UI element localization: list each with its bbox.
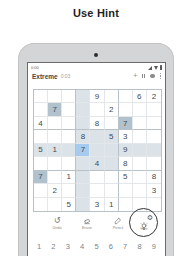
cell-r8c5[interactable] (90, 184, 104, 197)
cell-r5c8[interactable] (133, 144, 147, 157)
cell-r4c8[interactable] (133, 130, 147, 143)
sudoku-board: 96272487853517948715823531 (33, 89, 162, 212)
camera-dot-icon (94, 53, 98, 57)
cell-r9c7[interactable] (119, 198, 133, 211)
app-screen: 0:00 Extreme 0:03 + 96272487853517948715… (27, 62, 166, 256)
undo-icon: ↺ (54, 217, 61, 225)
hint-button[interactable]: 1 Hint (140, 217, 149, 231)
cell-r6c6[interactable] (105, 157, 119, 170)
cell-r3c7[interactable]: 7 (119, 117, 133, 130)
cell-r4c3[interactable] (62, 130, 76, 143)
cell-r5c4[interactable]: 7 (76, 144, 90, 157)
cell-r2c7[interactable] (119, 103, 133, 116)
cell-r3c2[interactable] (48, 117, 62, 130)
numpad-key-7[interactable]: 7 (123, 242, 127, 251)
eraser-icon (83, 217, 91, 225)
cell-r8c2[interactable]: 2 (48, 184, 62, 197)
pause-icon[interactable] (142, 74, 145, 78)
more-vert-icon[interactable] (160, 73, 161, 79)
pencil-icon (114, 217, 122, 225)
cell-r9c5[interactable]: 3 (90, 198, 104, 211)
cell-r1c9[interactable]: 2 (147, 90, 161, 103)
cell-r5c9[interactable] (147, 144, 161, 157)
cell-r3c5[interactable]: 8 (90, 117, 104, 130)
cell-r4c1[interactable] (34, 130, 48, 143)
cell-r2c3[interactable] (62, 103, 76, 116)
cell-r9c4[interactable] (76, 198, 90, 211)
cell-r4c7[interactable]: 3 (119, 130, 133, 143)
cell-r2c5[interactable] (90, 103, 104, 116)
cell-r6c1[interactable] (34, 157, 48, 170)
cell-r5c7[interactable]: 9 (119, 144, 133, 157)
cell-r2c2[interactable]: 7 (48, 103, 62, 116)
cell-r3c3[interactable] (62, 117, 76, 130)
cell-r9c6[interactable]: 1 (105, 198, 119, 211)
cell-r8c4[interactable] (76, 184, 90, 197)
cell-r3c6[interactable] (105, 117, 119, 130)
pencil-label: Pencil (113, 226, 123, 230)
cell-r9c9[interactable] (147, 198, 161, 211)
cell-r8c6[interactable] (105, 184, 119, 197)
cell-r1c2[interactable] (48, 90, 62, 103)
cell-r5c1[interactable]: 5 (34, 144, 48, 157)
tool-bar: ↺ Undo Erase Pencil (28, 214, 165, 240)
cell-r6c5[interactable]: 4 (90, 157, 104, 170)
cell-r5c2[interactable]: 1 (48, 144, 62, 157)
cell-r6c8[interactable] (133, 157, 147, 170)
cell-r4c4[interactable]: 8 (76, 130, 90, 143)
hint-bulb-icon: 1 (140, 217, 149, 226)
cell-r7c8[interactable] (133, 171, 147, 184)
cell-r8c9[interactable]: 3 (147, 184, 161, 197)
cell-r7c1[interactable]: 7 (34, 171, 48, 184)
cell-r5c5[interactable] (90, 144, 104, 157)
difficulty-label: Extreme (32, 73, 58, 80)
cell-r8c3[interactable] (62, 184, 76, 197)
cell-r1c3[interactable] (62, 90, 76, 103)
cell-r8c8[interactable] (133, 184, 147, 197)
cell-r4c9[interactable] (147, 130, 161, 143)
cell-r4c6[interactable]: 5 (105, 130, 119, 143)
numpad-key-4[interactable]: 4 (80, 242, 84, 251)
plus-icon[interactable]: + (133, 73, 137, 79)
undo-button[interactable]: ↺ Undo (52, 217, 61, 230)
cell-r4c5[interactable] (90, 130, 104, 143)
page-title: Use Hint (0, 7, 192, 19)
tablet-frame: 0:00 Extreme 0:03 + 96272487853517948715… (18, 43, 174, 256)
cell-r6c3[interactable] (62, 157, 76, 170)
numpad-key-6[interactable]: 6 (109, 242, 113, 251)
cell-r7c6[interactable] (105, 171, 119, 184)
cell-r8c1[interactable] (34, 184, 48, 197)
game-timer: 0:03 (61, 73, 71, 79)
cell-r8c7[interactable] (119, 184, 133, 197)
cell-r5c6[interactable] (105, 144, 119, 157)
cell-r9c3[interactable]: 5 (62, 198, 76, 211)
number-pad: 123456789 (32, 241, 161, 252)
cell-r1c4[interactable] (76, 90, 90, 103)
cell-r9c1[interactable] (34, 198, 48, 211)
cell-r2c4[interactable] (76, 103, 90, 116)
pencil-button[interactable]: Pencil (113, 217, 123, 230)
app-bar-actions: + (133, 73, 161, 79)
cell-r7c7[interactable]: 5 (119, 171, 133, 184)
cell-r3c4[interactable] (76, 117, 90, 130)
undo-label: Undo (52, 226, 61, 230)
cell-r7c9[interactable]: 8 (147, 171, 161, 184)
cell-r7c5[interactable] (90, 171, 104, 184)
numpad-key-9[interactable]: 9 (152, 242, 156, 251)
cell-r3c1[interactable]: 4 (34, 117, 48, 130)
numpad-key-5[interactable]: 5 (94, 242, 98, 251)
numpad-key-2[interactable]: 2 (51, 242, 55, 251)
cell-r1c8[interactable]: 6 (133, 90, 147, 103)
cell-r2c1[interactable] (34, 103, 48, 116)
cell-r7c4[interactable] (76, 171, 90, 184)
cell-r6c7[interactable]: 8 (119, 157, 133, 170)
numpad-key-3[interactable]: 3 (66, 242, 70, 251)
palette-icon[interactable] (150, 74, 155, 79)
tutorial-page: Use Hint 0:00 Extreme 0:03 + (0, 0, 192, 256)
app-bar: Extreme 0:03 + (28, 70, 165, 82)
cell-r7c2[interactable] (48, 171, 62, 184)
cell-r1c5[interactable]: 9 (90, 90, 104, 103)
erase-button[interactable]: Erase (82, 217, 92, 230)
cell-r2c8[interactable] (133, 103, 147, 116)
numpad-key-1[interactable]: 1 (37, 242, 41, 251)
cell-r1c1[interactable] (34, 90, 48, 103)
hint-count-badge: 1 (148, 215, 153, 220)
cell-r3c9[interactable] (147, 117, 161, 130)
cell-r7c3[interactable]: 1 (62, 171, 76, 184)
cell-r9c2[interactable] (48, 198, 62, 211)
cell-r5c3[interactable] (62, 144, 76, 157)
cell-r1c7[interactable] (119, 90, 133, 103)
cell-r2c6[interactable]: 2 (105, 103, 119, 116)
cell-r2c9[interactable] (147, 103, 161, 116)
cell-r6c2[interactable] (48, 157, 62, 170)
cell-r6c9[interactable] (147, 157, 161, 170)
erase-label: Erase (82, 226, 92, 230)
cell-r1c6[interactable] (105, 90, 119, 103)
cell-r3c8[interactable] (133, 117, 147, 130)
numpad-key-8[interactable]: 8 (137, 242, 141, 251)
cell-r9c8[interactable] (133, 198, 147, 211)
cell-r6c4[interactable] (76, 157, 90, 170)
cell-r4c2[interactable] (48, 130, 62, 143)
